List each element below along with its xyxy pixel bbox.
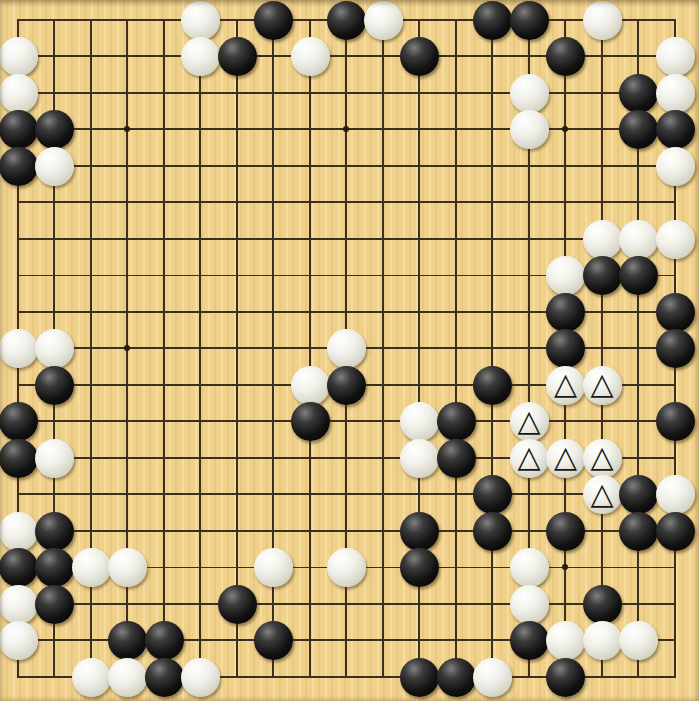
stone-black bbox=[473, 475, 512, 514]
stone-black bbox=[145, 621, 184, 660]
stone-black bbox=[35, 585, 74, 624]
stone-black bbox=[546, 293, 585, 332]
stone-black bbox=[583, 256, 622, 295]
stone-black bbox=[254, 621, 293, 660]
stone-white bbox=[0, 585, 38, 624]
stone-white-triangle: △ bbox=[546, 366, 585, 405]
stone-white bbox=[619, 621, 658, 660]
stone-black bbox=[619, 110, 658, 149]
stone-black bbox=[327, 366, 366, 405]
stone-black bbox=[400, 512, 439, 551]
stone-black bbox=[583, 585, 622, 624]
triangle-marker: △ bbox=[517, 442, 540, 472]
stone-white bbox=[510, 548, 549, 587]
go-board[interactable]: △△△△△△△ bbox=[0, 0, 699, 701]
stone-white bbox=[656, 74, 695, 113]
stone-white bbox=[0, 37, 38, 76]
stone-black bbox=[0, 110, 38, 149]
stone-black bbox=[254, 1, 293, 40]
stone-black bbox=[619, 256, 658, 295]
stone-black bbox=[218, 37, 257, 76]
stone-white-triangle: △ bbox=[583, 366, 622, 405]
triangle-marker: △ bbox=[554, 369, 577, 399]
stone-white bbox=[0, 512, 38, 551]
triangle-marker: △ bbox=[590, 369, 613, 399]
stone-black bbox=[546, 658, 585, 697]
stone-white bbox=[656, 475, 695, 514]
stone-white bbox=[656, 147, 695, 186]
stone-white bbox=[181, 37, 220, 76]
stone-white bbox=[108, 548, 147, 587]
stone-black bbox=[510, 621, 549, 660]
stone-white bbox=[35, 439, 74, 478]
stone-white bbox=[583, 1, 622, 40]
stone-white bbox=[35, 329, 74, 368]
stone-black bbox=[0, 439, 38, 478]
stone-black bbox=[656, 110, 695, 149]
stone-black bbox=[619, 512, 658, 551]
stone-black bbox=[619, 74, 658, 113]
triangle-marker: △ bbox=[590, 442, 613, 472]
stone-white bbox=[583, 621, 622, 660]
stone-black bbox=[656, 329, 695, 368]
stone-white bbox=[510, 110, 549, 149]
stone-black bbox=[35, 110, 74, 149]
stone-white bbox=[327, 548, 366, 587]
stone-white bbox=[656, 220, 695, 259]
stone-white bbox=[473, 658, 512, 697]
stones-layer: △△△△△△△ bbox=[0, 0, 699, 701]
stone-black bbox=[656, 402, 695, 441]
stone-black bbox=[510, 1, 549, 40]
stone-black bbox=[400, 548, 439, 587]
stone-black bbox=[473, 1, 512, 40]
stone-black bbox=[437, 439, 476, 478]
stone-black bbox=[619, 475, 658, 514]
stone-white bbox=[108, 658, 147, 697]
stone-white-triangle: △ bbox=[546, 439, 585, 478]
stone-white bbox=[546, 621, 585, 660]
stone-white bbox=[619, 220, 658, 259]
stone-black bbox=[546, 512, 585, 551]
stone-black bbox=[35, 366, 74, 405]
stone-white bbox=[400, 439, 439, 478]
stone-white bbox=[291, 366, 330, 405]
stone-black bbox=[108, 621, 147, 660]
stone-black bbox=[656, 512, 695, 551]
stone-white bbox=[0, 621, 38, 660]
stone-black bbox=[473, 512, 512, 551]
stone-black bbox=[35, 512, 74, 551]
stone-white bbox=[181, 658, 220, 697]
stone-white bbox=[181, 1, 220, 40]
stone-white bbox=[510, 74, 549, 113]
stone-black bbox=[437, 658, 476, 697]
stone-black bbox=[0, 147, 38, 186]
stone-black bbox=[0, 402, 38, 441]
stone-black bbox=[656, 293, 695, 332]
stone-black bbox=[546, 329, 585, 368]
stone-black bbox=[291, 402, 330, 441]
stone-white-triangle: △ bbox=[510, 439, 549, 478]
stone-white bbox=[291, 37, 330, 76]
stone-white-triangle: △ bbox=[583, 439, 622, 478]
stone-white bbox=[546, 256, 585, 295]
stone-white-triangle: △ bbox=[583, 475, 622, 514]
stone-white bbox=[72, 548, 111, 587]
stone-white-triangle: △ bbox=[510, 402, 549, 441]
stone-black bbox=[218, 585, 257, 624]
stone-white bbox=[327, 329, 366, 368]
stone-black bbox=[400, 658, 439, 697]
stone-white bbox=[0, 329, 38, 368]
stone-black bbox=[473, 366, 512, 405]
stone-white bbox=[510, 585, 549, 624]
stone-black bbox=[0, 548, 38, 587]
stone-black bbox=[400, 37, 439, 76]
stone-white bbox=[72, 658, 111, 697]
stone-black bbox=[145, 658, 184, 697]
stone-white bbox=[364, 1, 403, 40]
triangle-marker: △ bbox=[554, 442, 577, 472]
stone-white bbox=[254, 548, 293, 587]
stone-white bbox=[0, 74, 38, 113]
stone-black bbox=[546, 37, 585, 76]
stone-black bbox=[437, 402, 476, 441]
stone-white bbox=[400, 402, 439, 441]
triangle-marker: △ bbox=[517, 406, 540, 436]
triangle-marker: △ bbox=[590, 479, 613, 509]
stone-black bbox=[35, 548, 74, 587]
stone-black bbox=[327, 1, 366, 40]
stone-white bbox=[35, 147, 74, 186]
stone-white bbox=[583, 220, 622, 259]
stone-white bbox=[656, 37, 695, 76]
